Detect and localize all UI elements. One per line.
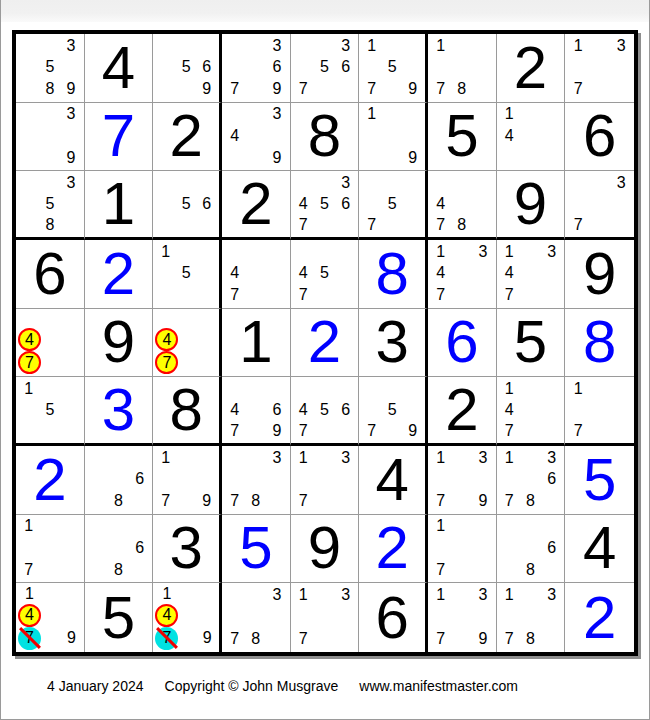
pencil-marks: 1479 — [16, 583, 84, 652]
cell-r2c8[interactable]: 14 — [497, 103, 566, 172]
cell-r2c9[interactable]: 6 — [565, 103, 634, 172]
cell-r6c1[interactable]: 15 — [16, 377, 85, 446]
mark-slot-1 — [87, 447, 108, 469]
mark-slot-7: 7 — [155, 627, 178, 650]
solved-digit-8: 8 — [359, 240, 425, 308]
candidate-4: 4 — [299, 196, 308, 212]
candidate-4: 4 — [299, 265, 308, 281]
mark-slot-3: 3 — [60, 104, 81, 126]
candidate-6: 6 — [341, 402, 350, 418]
mark-slot-4 — [87, 469, 108, 491]
mark-slot-8: 8 — [108, 490, 129, 512]
candidate-7: 7 — [436, 217, 445, 233]
mark-slot-8 — [39, 147, 60, 169]
mark-slot-1 — [224, 35, 245, 57]
mark-slot-1: 1 — [18, 378, 39, 399]
cell-r5c5[interactable]: 2 — [291, 309, 360, 378]
mark-slot-8: 8 — [520, 490, 541, 512]
mark-slot-9: 9 — [198, 627, 217, 650]
mark-slot-6 — [472, 193, 493, 214]
mark-slot-4 — [155, 263, 176, 285]
cell-r8c6[interactable]: 2 — [359, 515, 428, 584]
mark-slot-8 — [39, 420, 60, 441]
pencil-marks: 17 — [16, 515, 84, 583]
cell-r6c3[interactable]: 8 — [153, 377, 222, 446]
candidate-7-cyan-eliminated: 7 — [18, 627, 41, 650]
candidate-5: 5 — [320, 196, 329, 212]
cell-r4c8[interactable]: 1347 — [497, 240, 566, 309]
candidate-3: 3 — [273, 38, 282, 54]
pencil-marks: 47 — [222, 240, 290, 308]
cell-r8c2[interactable]: 68 — [85, 515, 154, 584]
mark-slot-1 — [18, 310, 41, 329]
cell-r8c7[interactable]: 17 — [428, 515, 497, 584]
mark-slot-4: 4 — [155, 328, 178, 351]
mark-slot-7: 7 — [155, 490, 176, 512]
mark-slot-2 — [245, 584, 266, 606]
cell-r4c4[interactable]: 47 — [222, 240, 291, 309]
cell-r1c8[interactable]: 2 — [497, 34, 566, 103]
candidate-6: 6 — [202, 59, 211, 75]
mark-slot-3: 3 — [266, 447, 287, 469]
mark-slot-5: 5 — [39, 57, 60, 79]
mark-slot-2 — [314, 35, 335, 57]
given-digit-9: 9 — [291, 515, 359, 583]
mark-slot-7: 7 — [155, 351, 178, 374]
given-digit-5: 5 — [497, 309, 565, 377]
mark-slot-2 — [245, 35, 266, 57]
mark-slot-6 — [266, 606, 287, 628]
cell-r2c3[interactable]: 2 — [153, 103, 222, 172]
candidate-3: 3 — [547, 450, 556, 466]
candidate-7: 7 — [299, 81, 308, 97]
mark-slot-2 — [178, 584, 197, 604]
cell-r5c4[interactable]: 1 — [222, 309, 291, 378]
cell-r9c4[interactable]: 378 — [222, 583, 291, 652]
candidate-5: 5 — [388, 196, 397, 212]
cell-r9c6[interactable]: 6 — [359, 583, 428, 652]
cell-r7c8[interactable]: 13678 — [497, 446, 566, 515]
mark-slot-9 — [266, 490, 287, 512]
cell-r2c2[interactable]: 7 — [85, 103, 154, 172]
candidate-9: 9 — [67, 630, 76, 646]
given-digit-9: 9 — [497, 171, 565, 237]
mark-slot-1 — [567, 172, 589, 193]
mark-slot-5 — [245, 57, 266, 79]
cell-r3c1[interactable]: 358 — [16, 171, 85, 240]
mark-slot-7 — [499, 147, 520, 169]
candidate-4-yellow-circle: 4 — [18, 328, 41, 351]
mark-slot-6 — [61, 604, 81, 627]
mark-slot-7: 7 — [430, 559, 451, 581]
candidate-4: 4 — [299, 402, 308, 418]
mark-slot-6: 6 — [266, 399, 287, 420]
pencil-marks: 47 — [153, 309, 219, 377]
mark-slot-1: 1 — [430, 447, 451, 469]
mark-slot-9: 9 — [60, 147, 81, 169]
cell-r9c7[interactable]: 1379 — [428, 583, 497, 652]
mark-slot-3: 3 — [335, 35, 356, 57]
mark-slot-4 — [567, 399, 589, 420]
mark-slot-4 — [224, 57, 245, 79]
mark-slot-2 — [382, 172, 403, 193]
mark-slot-9: 9 — [266, 78, 287, 100]
candidate-9: 9 — [202, 493, 211, 509]
cell-r7c9[interactable]: 5 — [565, 446, 634, 515]
cell-r1c7[interactable]: 178 — [428, 34, 497, 103]
pencil-marks: 3589 — [16, 34, 84, 102]
candidate-3: 3 — [617, 38, 626, 54]
mark-slot-5 — [451, 193, 472, 214]
given-digit-6: 6 — [16, 240, 84, 308]
mark-slot-8 — [451, 490, 472, 512]
mark-slot-3 — [402, 104, 423, 126]
mark-slot-3 — [196, 35, 217, 57]
mark-slot-7: 7 — [567, 420, 589, 441]
mark-slot-9: 9 — [196, 78, 217, 100]
mark-slot-2 — [520, 241, 541, 263]
mark-slot-1: 1 — [361, 35, 382, 57]
candidate-9: 9 — [273, 81, 282, 97]
mark-slot-6 — [198, 328, 217, 351]
cell-r4c3[interactable]: 15 — [153, 240, 222, 309]
candidate-7: 7 — [230, 423, 239, 439]
candidate-7-cyan-eliminated: 7 — [155, 627, 178, 650]
mark-slot-2 — [39, 378, 60, 399]
mark-slot-8 — [41, 351, 61, 374]
mark-slot-1 — [18, 35, 39, 57]
cell-r3c2[interactable]: 1 — [85, 171, 154, 240]
cell-r8c5[interactable]: 9 — [291, 515, 360, 584]
mark-slot-6: 6 — [266, 57, 287, 79]
candidate-4: 4 — [230, 128, 239, 144]
candidate-9: 9 — [67, 81, 76, 97]
mark-slot-9 — [610, 420, 632, 441]
mark-slot-2 — [245, 378, 266, 399]
candidate-7: 7 — [24, 562, 33, 578]
page: 3589456936793567157917821373972349819514… — [0, 0, 650, 720]
mark-slot-1: 1 — [155, 447, 176, 469]
mark-slot-9: 9 — [472, 628, 493, 650]
mark-slot-6 — [266, 469, 287, 491]
candidate-4-yellow-circle: 4 — [18, 604, 41, 627]
pencil-marks: 1579 — [359, 34, 425, 102]
mark-slot-4 — [87, 537, 108, 559]
cell-r4c7[interactable]: 1347 — [428, 240, 497, 309]
mark-slot-3 — [129, 447, 150, 469]
cell-r1c5[interactable]: 3567 — [291, 34, 360, 103]
mark-slot-1: 1 — [567, 35, 589, 57]
mark-slot-3: 3 — [472, 584, 493, 606]
cell-r5c8[interactable]: 5 — [497, 309, 566, 378]
cell-r6c6[interactable]: 579 — [359, 377, 428, 446]
candidate-7: 7 — [436, 287, 445, 303]
mark-slot-4: 4 — [155, 604, 178, 627]
mark-slot-4 — [18, 399, 39, 420]
mark-slot-8 — [245, 284, 266, 306]
mark-slot-3 — [472, 172, 493, 193]
cell-r5c9[interactable]: 8 — [565, 309, 634, 378]
candidate-9: 9 — [273, 150, 282, 166]
cell-r6c5[interactable]: 4567 — [291, 377, 360, 446]
mark-slot-9 — [266, 628, 287, 650]
mark-slot-3: 3 — [335, 172, 356, 193]
mark-slot-1 — [155, 35, 176, 57]
candidate-7: 7 — [367, 217, 376, 233]
candidate-1: 1 — [505, 106, 514, 122]
cell-r6c7[interactable]: 2 — [428, 377, 497, 446]
cell-r4c2[interactable]: 2 — [85, 240, 154, 309]
mark-slot-5 — [108, 537, 129, 559]
mark-slot-9: 9 — [61, 627, 81, 650]
candidate-6: 6 — [547, 471, 556, 487]
mark-slot-3 — [402, 378, 423, 399]
mark-slot-8 — [382, 147, 403, 169]
candidate-6: 6 — [273, 59, 282, 75]
cell-r7c1[interactable]: 2 — [16, 446, 85, 515]
mark-slot-7 — [155, 284, 176, 306]
cell-r9c5[interactable]: 137 — [291, 583, 360, 652]
cell-r5c7[interactable]: 6 — [428, 309, 497, 378]
mark-slot-4 — [18, 537, 39, 559]
mark-slot-5 — [39, 125, 60, 147]
candidate-1: 1 — [436, 38, 445, 54]
mark-slot-5: 5 — [39, 193, 60, 214]
pencil-marks: 579 — [359, 377, 425, 443]
mark-slot-7 — [87, 490, 108, 512]
pencil-marks: 358 — [16, 171, 84, 237]
cell-r7c2[interactable]: 68 — [85, 446, 154, 515]
cell-r5c1[interactable]: 47 — [16, 309, 85, 378]
cell-r3c5[interactable]: 34567 — [291, 171, 360, 240]
cell-r7c7[interactable]: 1379 — [428, 446, 497, 515]
mark-slot-1 — [293, 35, 314, 57]
mark-slot-7 — [155, 214, 176, 235]
candidate-5: 5 — [182, 59, 191, 75]
mark-slot-2 — [245, 447, 266, 469]
mark-slot-5 — [520, 263, 541, 285]
solved-digit-2: 2 — [16, 446, 84, 514]
cell-r4c6[interactable]: 8 — [359, 240, 428, 309]
cell-r3c7[interactable]: 478 — [428, 171, 497, 240]
mark-slot-9 — [60, 420, 81, 441]
cell-r4c5[interactable]: 457 — [291, 240, 360, 309]
mark-slot-2 — [589, 172, 611, 193]
cell-r6c4[interactable]: 4679 — [222, 377, 291, 446]
candidate-8: 8 — [251, 631, 260, 647]
mark-slot-4 — [499, 606, 520, 628]
mark-slot-2 — [314, 241, 335, 263]
candidate-7: 7 — [436, 631, 445, 647]
mark-slot-9 — [541, 490, 562, 512]
cell-r6c2[interactable]: 3 — [85, 377, 154, 446]
given-digit-8: 8 — [291, 103, 359, 171]
cell-r2c4[interactable]: 349 — [222, 103, 291, 172]
mark-slot-3 — [198, 584, 217, 604]
footer-url[interactable]: www.manifestmaster.com — [359, 678, 518, 694]
given-digit-1: 1 — [222, 309, 290, 377]
cell-r1c9[interactable]: 137 — [565, 34, 634, 103]
cell-r2c5[interactable]: 8 — [291, 103, 360, 172]
mark-slot-5 — [245, 263, 266, 285]
candidate-1: 1 — [161, 244, 170, 260]
candidate-9: 9 — [202, 81, 211, 97]
candidate-7: 7 — [505, 631, 514, 647]
mark-slot-8 — [589, 420, 611, 441]
cell-r1c6[interactable]: 1579 — [359, 34, 428, 103]
mark-slot-3 — [266, 378, 287, 399]
mark-slot-6 — [472, 606, 493, 628]
cell-r1c3[interactable]: 569 — [153, 34, 222, 103]
given-digit-5: 5 — [85, 583, 153, 652]
cell-r5c6[interactable]: 3 — [359, 309, 428, 378]
mark-slot-7: 7 — [224, 628, 245, 650]
mark-slot-1: 1 — [430, 241, 451, 263]
mark-slot-6 — [541, 263, 562, 285]
pencil-marks: 478 — [428, 171, 496, 237]
cell-r5c2[interactable]: 9 — [85, 309, 154, 378]
mark-slot-1 — [293, 241, 314, 263]
mark-slot-5 — [520, 537, 541, 559]
cell-r7c6[interactable]: 4 — [359, 446, 428, 515]
mark-slot-5 — [451, 606, 472, 628]
mark-slot-6: 6 — [335, 57, 356, 79]
cell-r5c3[interactable]: 47 — [153, 309, 222, 378]
candidate-3: 3 — [479, 450, 488, 466]
candidate-6: 6 — [135, 540, 144, 556]
cell-r2c7[interactable]: 5 — [428, 103, 497, 172]
mark-slot-4: 4 — [293, 263, 314, 285]
cell-r3c8[interactable]: 9 — [497, 171, 566, 240]
cell-r1c4[interactable]: 3679 — [222, 34, 291, 103]
candidate-9: 9 — [67, 150, 76, 166]
cell-r8c3[interactable]: 3 — [153, 515, 222, 584]
cell-r3c9[interactable]: 37 — [565, 171, 634, 240]
pencil-marks: 34567 — [291, 171, 359, 237]
mark-slot-5 — [178, 328, 197, 351]
mark-slot-1 — [224, 584, 245, 606]
mark-slot-2 — [245, 104, 266, 126]
mark-slot-4 — [430, 537, 451, 559]
mark-slot-2 — [41, 584, 61, 604]
mark-slot-7 — [155, 78, 176, 100]
mark-slot-8 — [451, 559, 472, 581]
mark-slot-7: 7 — [224, 78, 245, 100]
mark-slot-6 — [610, 193, 632, 214]
pencil-marks: 15 — [153, 240, 219, 308]
mark-slot-3 — [60, 378, 81, 399]
mark-slot-8: 8 — [451, 78, 472, 100]
solved-digit-6: 6 — [428, 309, 496, 377]
cell-r9c9[interactable]: 2 — [565, 583, 634, 652]
mark-slot-8 — [314, 628, 335, 650]
mark-slot-9 — [472, 214, 493, 235]
mark-slot-6: 6 — [196, 193, 217, 214]
cell-r7c4[interactable]: 378 — [222, 446, 291, 515]
mark-slot-1: 1 — [430, 35, 451, 57]
cell-r4c9[interactable]: 9 — [565, 240, 634, 309]
mark-slot-2 — [589, 35, 611, 57]
mark-slot-2 — [451, 241, 472, 263]
cell-r9c8[interactable]: 1378 — [497, 583, 566, 652]
candidate-7: 7 — [230, 493, 239, 509]
cell-r6c8[interactable]: 147 — [497, 377, 566, 446]
mark-slot-4: 4 — [499, 399, 520, 420]
mark-slot-7 — [224, 147, 245, 169]
mark-slot-9 — [610, 214, 632, 235]
cell-r7c5[interactable]: 137 — [291, 446, 360, 515]
mark-slot-3 — [198, 310, 217, 329]
cell-r3c3[interactable]: 56 — [153, 171, 222, 240]
mark-slot-3 — [335, 241, 356, 263]
candidate-5: 5 — [45, 59, 54, 75]
mark-slot-2 — [314, 172, 335, 193]
given-digit-1: 1 — [85, 171, 153, 237]
pencil-marks: 349 — [222, 103, 290, 171]
cell-r8c4[interactable]: 5 — [222, 515, 291, 584]
mark-slot-2 — [314, 584, 335, 606]
mark-slot-8 — [520, 147, 541, 169]
mark-slot-2 — [451, 172, 472, 193]
candidate-1: 1 — [505, 587, 514, 603]
mark-slot-5 — [108, 469, 129, 491]
cell-r8c8[interactable]: 68 — [497, 515, 566, 584]
mark-slot-8 — [39, 559, 60, 581]
mark-slot-5: 5 — [176, 193, 197, 214]
mark-slot-7: 7 — [293, 420, 314, 441]
mark-slot-8 — [176, 78, 197, 100]
mark-slot-7 — [361, 147, 382, 169]
candidate-1: 1 — [24, 518, 33, 534]
candidate-7: 7 — [436, 81, 445, 97]
mark-slot-1: 1 — [567, 378, 589, 399]
candidate-3: 3 — [479, 587, 488, 603]
candidate-6: 6 — [547, 540, 556, 556]
candidate-5: 5 — [182, 265, 191, 281]
cell-r8c1[interactable]: 17 — [16, 515, 85, 584]
cell-r9c2[interactable]: 5 — [85, 583, 154, 652]
mark-slot-3 — [129, 516, 150, 538]
mark-slot-6 — [60, 57, 81, 79]
cell-r3c4[interactable]: 2 — [222, 171, 291, 240]
cell-r2c1[interactable]: 39 — [16, 103, 85, 172]
cell-r9c1[interactable]: 1479 — [16, 583, 85, 652]
cell-r1c1[interactable]: 3589 — [16, 34, 85, 103]
mark-slot-5 — [520, 399, 541, 420]
cell-r1c2[interactable]: 4 — [85, 34, 154, 103]
candidate-4: 4 — [230, 402, 239, 418]
mark-slot-2 — [520, 584, 541, 606]
candidate-8: 8 — [526, 493, 535, 509]
given-digit-2: 2 — [497, 34, 565, 102]
cell-r9c3[interactable]: 1479 — [153, 583, 222, 652]
mark-slot-5: 5 — [39, 399, 60, 420]
candidate-7: 7 — [161, 493, 170, 509]
mark-slot-2 — [451, 447, 472, 469]
candidate-8: 8 — [114, 562, 123, 578]
cell-r2c6[interactable]: 19 — [359, 103, 428, 172]
cell-r8c9[interactable]: 4 — [565, 515, 634, 584]
mark-slot-9 — [610, 78, 632, 100]
cell-r7c3[interactable]: 179 — [153, 446, 222, 515]
candidate-1: 1 — [505, 450, 514, 466]
cell-r6c9[interactable]: 17 — [565, 377, 634, 446]
cell-r3c6[interactable]: 57 — [359, 171, 428, 240]
cell-r4c1[interactable]: 6 — [16, 240, 85, 309]
mark-slot-7: 7 — [430, 214, 451, 235]
candidate-5: 5 — [388, 59, 397, 75]
mark-slot-4 — [18, 57, 39, 79]
